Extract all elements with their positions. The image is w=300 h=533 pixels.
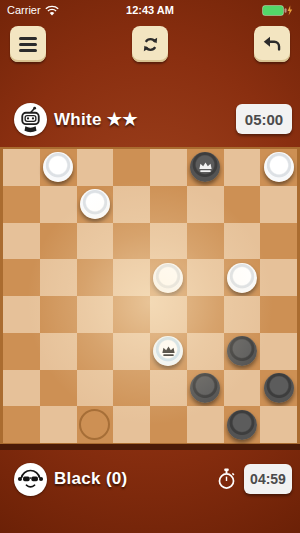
board-square[interactable] — [40, 370, 77, 407]
board-square[interactable] — [260, 406, 297, 443]
board-square[interactable] — [187, 186, 224, 223]
status-time: 12:43 AM — [0, 4, 300, 16]
board-square[interactable] — [77, 370, 114, 407]
black-man[interactable] — [264, 373, 294, 403]
board-square[interactable] — [40, 406, 77, 443]
board-square[interactable] — [224, 406, 261, 443]
board-square[interactable] — [260, 149, 297, 186]
board-square[interactable] — [77, 296, 114, 333]
white-man[interactable] — [153, 263, 183, 293]
board-square[interactable] — [77, 406, 114, 443]
board-square[interactable] — [113, 149, 150, 186]
white-timer: 05:00 — [236, 104, 292, 134]
board-square[interactable] — [77, 333, 114, 370]
board-square[interactable] — [3, 186, 40, 223]
restart-button[interactable] — [132, 26, 168, 62]
person-avatar — [14, 463, 47, 496]
black-man[interactable] — [227, 410, 257, 440]
board-square[interactable] — [260, 370, 297, 407]
board-square[interactable] — [150, 406, 187, 443]
board-square[interactable] — [3, 223, 40, 260]
board-square[interactable] — [150, 186, 187, 223]
board-square[interactable] — [40, 333, 77, 370]
menu-button[interactable] — [10, 26, 46, 62]
board-square[interactable] — [187, 223, 224, 260]
board-grid — [3, 149, 297, 443]
board-square[interactable] — [150, 259, 187, 296]
board-square[interactable] — [113, 223, 150, 260]
undo-icon — [261, 33, 283, 55]
white-player-name: White ★★ — [54, 109, 138, 130]
board-square[interactable] — [113, 333, 150, 370]
board-square[interactable] — [77, 259, 114, 296]
black-timer: 04:59 — [244, 464, 292, 494]
board-square[interactable] — [224, 259, 261, 296]
board-square[interactable] — [224, 296, 261, 333]
white-player-bar: White ★★ 05:00 — [0, 100, 300, 138]
board-square[interactable] — [113, 296, 150, 333]
board-square[interactable] — [40, 259, 77, 296]
white-man[interactable] — [264, 152, 294, 182]
board-frame — [0, 147, 300, 450]
board-square[interactable] — [3, 370, 40, 407]
white-king[interactable] — [153, 336, 183, 366]
stopwatch-icon — [217, 468, 236, 490]
board-square[interactable] — [77, 186, 114, 223]
board-square[interactable] — [3, 149, 40, 186]
board-square[interactable] — [260, 333, 297, 370]
hamburger-icon — [19, 37, 37, 52]
board-square[interactable] — [260, 296, 297, 333]
undo-button[interactable] — [254, 26, 290, 62]
white-man[interactable] — [227, 263, 257, 293]
move-hint-circle[interactable] — [79, 409, 110, 440]
board-square[interactable] — [113, 370, 150, 407]
board-square[interactable] — [187, 333, 224, 370]
board-square[interactable] — [224, 370, 261, 407]
black-player-name: Black (0) — [54, 469, 128, 489]
black-man[interactable] — [190, 373, 220, 403]
board-square[interactable] — [150, 149, 187, 186]
board-square[interactable] — [187, 406, 224, 443]
status-bar: Carrier 12:43 AM — [0, 0, 300, 20]
board-square[interactable] — [260, 259, 297, 296]
board-square[interactable] — [3, 296, 40, 333]
board-square[interactable] — [224, 186, 261, 223]
board-square[interactable] — [224, 223, 261, 260]
board-square[interactable] — [77, 223, 114, 260]
board-square[interactable] — [150, 333, 187, 370]
board-square[interactable] — [40, 223, 77, 260]
board-square[interactable] — [260, 223, 297, 260]
board-square[interactable] — [3, 333, 40, 370]
board-square[interactable] — [150, 223, 187, 260]
board-square[interactable] — [187, 296, 224, 333]
board-square[interactable] — [187, 259, 224, 296]
black-player-bar: Black (0) 04:59 — [0, 460, 300, 498]
board-square[interactable] — [77, 149, 114, 186]
board-square[interactable] — [40, 186, 77, 223]
board-square[interactable] — [260, 186, 297, 223]
robot-avatar — [14, 103, 47, 136]
app-screen: Carrier 12:43 AM — [0, 0, 300, 533]
board-square[interactable] — [40, 296, 77, 333]
black-king[interactable] — [190, 152, 220, 182]
board-square[interactable] — [150, 370, 187, 407]
white-man[interactable] — [43, 152, 73, 182]
white-man[interactable] — [80, 189, 110, 219]
board-square[interactable] — [3, 406, 40, 443]
board-square[interactable] — [3, 259, 40, 296]
board-square[interactable] — [150, 296, 187, 333]
board-square[interactable] — [187, 370, 224, 407]
board-square[interactable] — [224, 333, 261, 370]
black-man[interactable] — [227, 336, 257, 366]
refresh-icon — [140, 34, 161, 55]
board-square[interactable] — [187, 149, 224, 186]
board-square[interactable] — [224, 149, 261, 186]
board-square[interactable] — [113, 186, 150, 223]
board-square[interactable] — [113, 259, 150, 296]
board-square[interactable] — [113, 406, 150, 443]
board-square[interactable] — [40, 149, 77, 186]
